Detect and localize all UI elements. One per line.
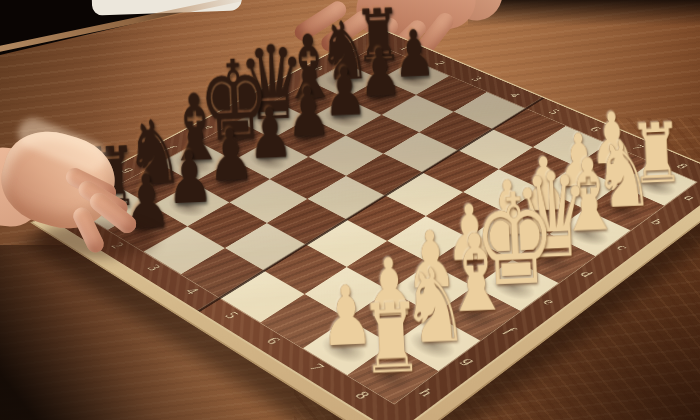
photo-scene: 12345678 12345678 abcdefgh abcdefgh ♜♟♟♜… [0,0,700,420]
player-hand [0,122,171,274]
square-e8[interactable]: ♚ [474,260,559,311]
